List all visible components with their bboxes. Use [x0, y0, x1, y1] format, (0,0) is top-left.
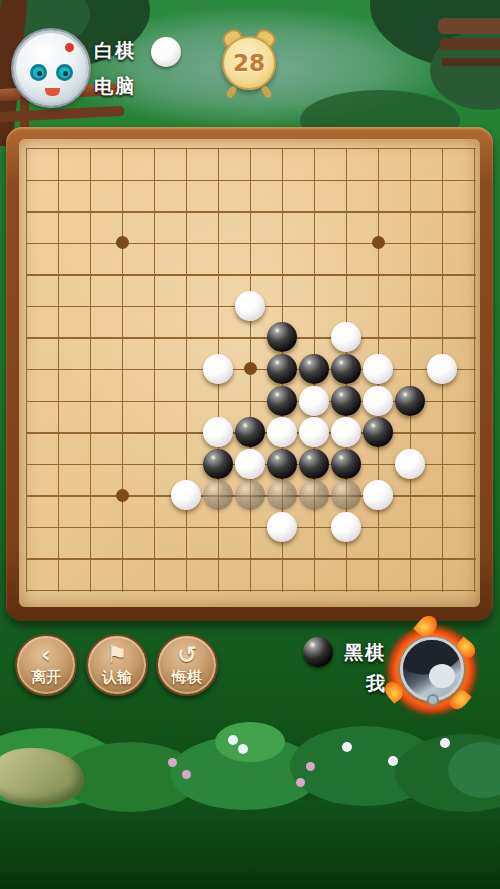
stone-black [203, 449, 233, 479]
my-avatar [400, 637, 464, 701]
white-stone-indicator-icon [151, 37, 181, 67]
move-timer: 28 [214, 28, 284, 96]
star-point [116, 489, 129, 502]
timer-seconds: 28 [222, 36, 276, 90]
stone-black [299, 449, 329, 479]
stone-black [267, 386, 297, 416]
robot-mouth [45, 85, 60, 96]
black-stone-indicator-icon [303, 637, 333, 667]
stone-black [235, 417, 265, 447]
bush [215, 722, 285, 762]
opponent-avatar-robot [13, 30, 89, 106]
flower [296, 778, 305, 787]
flower [388, 756, 398, 766]
ground [0, 800, 500, 889]
robot-eye-icon [56, 64, 73, 81]
stone-white [299, 386, 329, 416]
stone-white [363, 354, 393, 384]
stone-black [267, 354, 297, 384]
flower [228, 735, 238, 745]
stone-white [235, 291, 265, 321]
stone-white [331, 417, 361, 447]
my-side-label: 黑棋 [344, 640, 386, 666]
stone-black [299, 354, 329, 384]
gomoku-game-screen: 白棋 电脑 28 ‹ 离开 ⚑ 认输 ↺ 悔棋 黑棋 我 [0, 0, 500, 889]
flower [440, 738, 450, 748]
robot-antenna-dot [65, 43, 74, 52]
opponent-side-label: 白棋 [94, 38, 136, 64]
leave-button-label: 离开 [17, 668, 75, 687]
avatar-frame-ornament [427, 694, 439, 706]
stone-white [331, 512, 361, 542]
opponent-name: 电脑 [94, 74, 136, 100]
stone-white [395, 449, 425, 479]
stone-black [363, 417, 393, 447]
flower [182, 770, 191, 779]
stone-black [395, 386, 425, 416]
resign-button[interactable]: ⚑ 认输 [86, 634, 148, 696]
stone-black [331, 449, 361, 479]
stone-black [267, 449, 297, 479]
undo-button[interactable]: ↺ 悔棋 [156, 634, 218, 696]
undo-arrow-icon: ↺ [158, 642, 216, 668]
stone-white [267, 512, 297, 542]
stone-white [299, 417, 329, 447]
flower [238, 744, 248, 754]
star-point [244, 362, 257, 375]
pagoda-roofs [438, 18, 500, 34]
resign-button-label: 认输 [88, 668, 146, 687]
stone-white [363, 386, 393, 416]
star-point [116, 236, 129, 249]
stone-white [235, 449, 265, 479]
robot-eye-icon [30, 64, 47, 81]
stone-white [203, 417, 233, 447]
flower [168, 758, 177, 767]
stone-black [331, 354, 361, 384]
flower [306, 762, 315, 771]
flower [342, 742, 352, 752]
stone-black [331, 386, 361, 416]
surrender-flag-icon: ⚑ [88, 642, 146, 668]
stone-white [427, 354, 457, 384]
leave-button[interactable]: ‹ 离开 [15, 634, 77, 696]
stone-white [267, 417, 297, 447]
stone-white [203, 354, 233, 384]
star-point [372, 236, 385, 249]
undo-button-label: 悔棋 [158, 668, 216, 687]
avatar-face [429, 664, 455, 688]
back-chevron-icon: ‹ [17, 642, 75, 668]
